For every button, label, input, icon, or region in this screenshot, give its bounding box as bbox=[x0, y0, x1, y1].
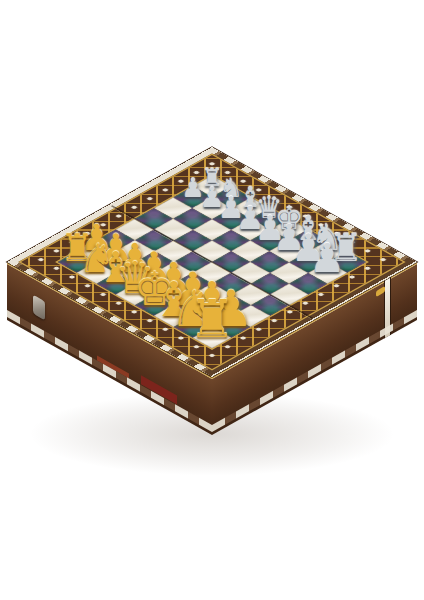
piece-silver-pawn: ♟ bbox=[310, 238, 346, 278]
square-h1: ♜ bbox=[193, 327, 232, 349]
fold-hinge-gap bbox=[384, 276, 391, 338]
clasp-latch bbox=[33, 295, 45, 321]
square-h7: ♟ bbox=[308, 262, 347, 284]
product-photo: ♜♞♝♛♚♝♞♜♟♟♟♟♟♟♟♟♟♟♟♟♟♟♟♟♜♞♝♛♚♝♞♜ bbox=[0, 0, 424, 600]
piece-gold-rook: ♜ bbox=[189, 293, 236, 345]
